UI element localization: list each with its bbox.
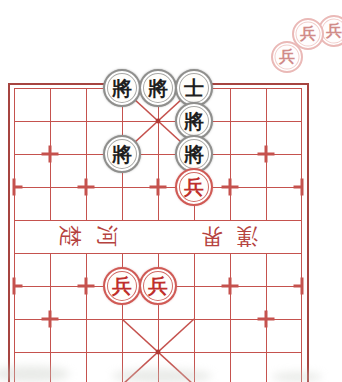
position-marker (258, 311, 275, 328)
tray-red-soldier-faded[interactable]: 兵 (292, 18, 324, 50)
board-area: 楚河界漢 將將士將將將兵兵兵 (14, 88, 302, 382)
position-marker (78, 278, 95, 295)
board-cell (122, 319, 158, 352)
board-cell (230, 352, 266, 382)
position-marker (294, 278, 311, 295)
piece-red-soldier[interactable]: 兵 (103, 267, 141, 305)
position-marker (42, 311, 59, 328)
position-marker (6, 179, 23, 196)
board-cell (158, 319, 194, 352)
board-cell (266, 88, 302, 121)
background-watermark (272, 372, 322, 382)
piece-black-general[interactable]: 將 (139, 69, 177, 107)
river-text-right: 漢 (236, 225, 258, 247)
board-cell (14, 220, 50, 253)
piece-black-general[interactable]: 將 (103, 135, 141, 173)
piece-black-general[interactable]: 將 (103, 69, 141, 107)
river-text-right: 界 (201, 225, 223, 247)
board-cell (158, 220, 194, 253)
board-cell (50, 88, 86, 121)
board-cell (230, 88, 266, 121)
board-cell (14, 88, 50, 121)
position-marker (258, 146, 275, 163)
position-marker (78, 179, 95, 196)
river-text-left: 楚 (59, 225, 81, 247)
xiangqi-app-window: 楚河界漢 將將士將將將兵兵兵 兵兵兵 (0, 0, 342, 382)
position-marker (294, 179, 311, 196)
piece-red-soldier[interactable]: 兵 (139, 267, 177, 305)
position-marker (150, 179, 167, 196)
position-marker (6, 278, 23, 295)
position-marker (222, 278, 239, 295)
position-marker (42, 146, 59, 163)
board-cell (122, 220, 158, 253)
piece-red-soldier[interactable]: 兵 (175, 168, 213, 206)
board-cell (86, 319, 122, 352)
background-watermark (112, 369, 212, 382)
position-marker (222, 179, 239, 196)
river-text-left: 河 (96, 225, 118, 247)
board-cell (266, 220, 302, 253)
board-cell (194, 319, 230, 352)
